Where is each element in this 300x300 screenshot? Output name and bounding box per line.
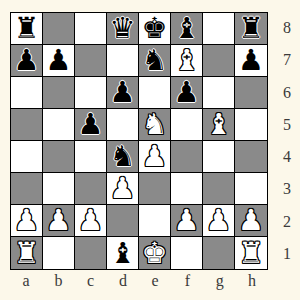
square-d4[interactable]: ♞ bbox=[107, 141, 139, 173]
piece-white-pawn[interactable]: ♟ bbox=[110, 174, 136, 203]
chess-board[interactable]: ♜♛♚♝♜♟♟♞♝♟♟♟♟♞♝♞♟♟♟♟♟♟♟♟♜♝♚♜ bbox=[10, 12, 268, 270]
square-h7[interactable]: ♟ bbox=[235, 45, 267, 77]
file-label-c: c bbox=[75, 271, 107, 291]
square-b6[interactable] bbox=[43, 77, 75, 109]
square-d3[interactable]: ♟ bbox=[107, 173, 139, 205]
piece-white-pawn[interactable]: ♟ bbox=[174, 206, 200, 235]
piece-white-pawn[interactable]: ♟ bbox=[238, 206, 264, 235]
file-label-g: g bbox=[204, 271, 236, 291]
square-h1[interactable]: ♜ bbox=[235, 237, 267, 269]
square-a4[interactable] bbox=[11, 141, 43, 173]
square-g2[interactable]: ♟ bbox=[203, 205, 235, 237]
square-g1[interactable] bbox=[203, 237, 235, 269]
square-f5[interactable] bbox=[171, 109, 203, 141]
piece-black-queen[interactable]: ♛ bbox=[110, 14, 136, 43]
square-f4[interactable] bbox=[171, 141, 203, 173]
square-c8[interactable] bbox=[75, 13, 107, 45]
file-labels: abcdefgh bbox=[10, 271, 268, 291]
piece-black-knight[interactable]: ♞ bbox=[110, 142, 136, 171]
square-f8[interactable]: ♝ bbox=[171, 13, 203, 45]
file-label-f: f bbox=[171, 271, 203, 291]
square-c1[interactable] bbox=[75, 237, 107, 269]
file-label-e: e bbox=[139, 271, 171, 291]
square-c5[interactable]: ♟ bbox=[75, 109, 107, 141]
square-f7[interactable]: ♝ bbox=[171, 45, 203, 77]
square-d1[interactable]: ♝ bbox=[107, 237, 139, 269]
file-label-b: b bbox=[42, 271, 74, 291]
piece-white-pawn[interactable]: ♟ bbox=[206, 206, 232, 235]
piece-black-pawn[interactable]: ♟ bbox=[46, 46, 72, 75]
square-b8[interactable] bbox=[43, 13, 75, 45]
square-e3[interactable] bbox=[139, 173, 171, 205]
rank-label-6: 6 bbox=[276, 77, 298, 109]
file-label-a: a bbox=[10, 271, 42, 291]
square-g5[interactable]: ♝ bbox=[203, 109, 235, 141]
piece-black-bishop[interactable]: ♝ bbox=[110, 239, 136, 268]
square-b1[interactable] bbox=[43, 237, 75, 269]
piece-black-rook[interactable]: ♜ bbox=[238, 14, 264, 43]
piece-black-king[interactable]: ♚ bbox=[142, 14, 168, 43]
square-f1[interactable] bbox=[171, 237, 203, 269]
rank-label-3: 3 bbox=[276, 173, 298, 205]
square-c2[interactable]: ♟ bbox=[75, 205, 107, 237]
piece-white-knight[interactable]: ♞ bbox=[142, 110, 168, 139]
square-a8[interactable]: ♜ bbox=[11, 13, 43, 45]
piece-white-pawn[interactable]: ♟ bbox=[46, 206, 72, 235]
rank-labels: 87654321 bbox=[276, 12, 298, 270]
square-g6[interactable] bbox=[203, 77, 235, 109]
square-g8[interactable] bbox=[203, 13, 235, 45]
rank-label-5: 5 bbox=[276, 109, 298, 141]
square-e6[interactable] bbox=[139, 77, 171, 109]
square-a2[interactable]: ♟ bbox=[11, 205, 43, 237]
square-c7[interactable] bbox=[75, 45, 107, 77]
piece-black-rook[interactable]: ♜ bbox=[14, 14, 40, 43]
file-label-d: d bbox=[107, 271, 139, 291]
piece-white-rook[interactable]: ♜ bbox=[14, 239, 40, 268]
square-e1[interactable]: ♚ bbox=[139, 237, 171, 269]
piece-black-pawn[interactable]: ♟ bbox=[78, 110, 104, 139]
rank-label-4: 4 bbox=[276, 141, 298, 173]
square-g4[interactable] bbox=[203, 141, 235, 173]
square-h4[interactable] bbox=[235, 141, 267, 173]
square-b7[interactable]: ♟ bbox=[43, 45, 75, 77]
square-d5[interactable] bbox=[107, 109, 139, 141]
piece-black-pawn[interactable]: ♟ bbox=[14, 46, 40, 75]
square-d8[interactable]: ♛ bbox=[107, 13, 139, 45]
file-label-h: h bbox=[236, 271, 268, 291]
square-b5[interactable] bbox=[43, 109, 75, 141]
square-h8[interactable]: ♜ bbox=[235, 13, 267, 45]
square-a1[interactable]: ♜ bbox=[11, 237, 43, 269]
rank-label-7: 7 bbox=[276, 44, 298, 76]
piece-black-bishop[interactable]: ♝ bbox=[174, 14, 200, 43]
square-b2[interactable]: ♟ bbox=[43, 205, 75, 237]
square-h5[interactable] bbox=[235, 109, 267, 141]
square-a3[interactable] bbox=[11, 173, 43, 205]
square-f3[interactable] bbox=[171, 173, 203, 205]
square-d7[interactable] bbox=[107, 45, 139, 77]
square-f6[interactable]: ♟ bbox=[171, 77, 203, 109]
square-b4[interactable] bbox=[43, 141, 75, 173]
square-e2[interactable] bbox=[139, 205, 171, 237]
piece-black-pawn[interactable]: ♟ bbox=[110, 78, 136, 107]
rank-label-8: 8 bbox=[276, 12, 298, 44]
piece-black-pawn[interactable]: ♟ bbox=[174, 78, 200, 107]
square-c4[interactable] bbox=[75, 141, 107, 173]
square-a5[interactable] bbox=[11, 109, 43, 141]
rank-label-2: 2 bbox=[276, 206, 298, 238]
piece-white-pawn[interactable]: ♟ bbox=[142, 142, 168, 171]
chess-diagram: ♜♛♚♝♜♟♟♞♝♟♟♟♟♞♝♞♟♟♟♟♟♟♟♟♜♝♚♜ abcdefgh 87… bbox=[0, 0, 300, 300]
square-h3[interactable] bbox=[235, 173, 267, 205]
square-e8[interactable]: ♚ bbox=[139, 13, 171, 45]
piece-white-bishop[interactable]: ♝ bbox=[174, 46, 200, 75]
square-a6[interactable] bbox=[11, 77, 43, 109]
square-g7[interactable] bbox=[203, 45, 235, 77]
square-h2[interactable]: ♟ bbox=[235, 205, 267, 237]
square-c3[interactable] bbox=[75, 173, 107, 205]
square-c6[interactable] bbox=[75, 77, 107, 109]
piece-white-pawn[interactable]: ♟ bbox=[14, 206, 40, 235]
piece-black-pawn[interactable]: ♟ bbox=[238, 46, 264, 75]
square-g3[interactable] bbox=[203, 173, 235, 205]
square-d6[interactable]: ♟ bbox=[107, 77, 139, 109]
square-f2[interactable]: ♟ bbox=[171, 205, 203, 237]
square-a7[interactable]: ♟ bbox=[11, 45, 43, 77]
square-e7[interactable]: ♞ bbox=[139, 45, 171, 77]
piece-white-bishop[interactable]: ♝ bbox=[206, 110, 232, 139]
square-e4[interactable]: ♟ bbox=[139, 141, 171, 173]
piece-white-king[interactable]: ♚ bbox=[142, 239, 168, 268]
piece-white-rook[interactable]: ♜ bbox=[238, 239, 264, 268]
rank-label-1: 1 bbox=[276, 238, 298, 270]
square-d2[interactable] bbox=[107, 205, 139, 237]
square-b3[interactable] bbox=[43, 173, 75, 205]
square-e5[interactable]: ♞ bbox=[139, 109, 171, 141]
square-h6[interactable] bbox=[235, 77, 267, 109]
piece-white-pawn[interactable]: ♟ bbox=[78, 206, 104, 235]
piece-black-knight[interactable]: ♞ bbox=[142, 46, 168, 75]
